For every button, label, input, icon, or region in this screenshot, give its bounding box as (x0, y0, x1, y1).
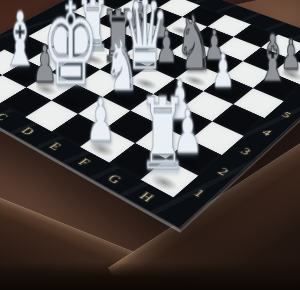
clear-pawn-glyph: ♟ (86, 91, 116, 151)
board: ABCDEFGH12345678♚♛♟♝♟♟♟♟♝♞♟♛♜♜♞♟♚♝♟♟♜♟ (0, 0, 300, 229)
smoke-bishop-glyph: ♝ (257, 26, 289, 91)
clear-pawn-glyph: ♟ (211, 47, 234, 94)
chess-set-photo: ABCDEFGH12345678♚♛♟♝♟♟♟♟♝♞♟♛♜♜♞♟♚♝♟♟♜♟ (0, 0, 300, 290)
clear-rook-glyph: ♜ (138, 84, 187, 183)
board-perspective: ABCDEFGH12345678♚♛♟♝♟♟♟♟♝♞♟♛♜♜♞♟♚♝♟♟♜♟ (0, 0, 300, 290)
